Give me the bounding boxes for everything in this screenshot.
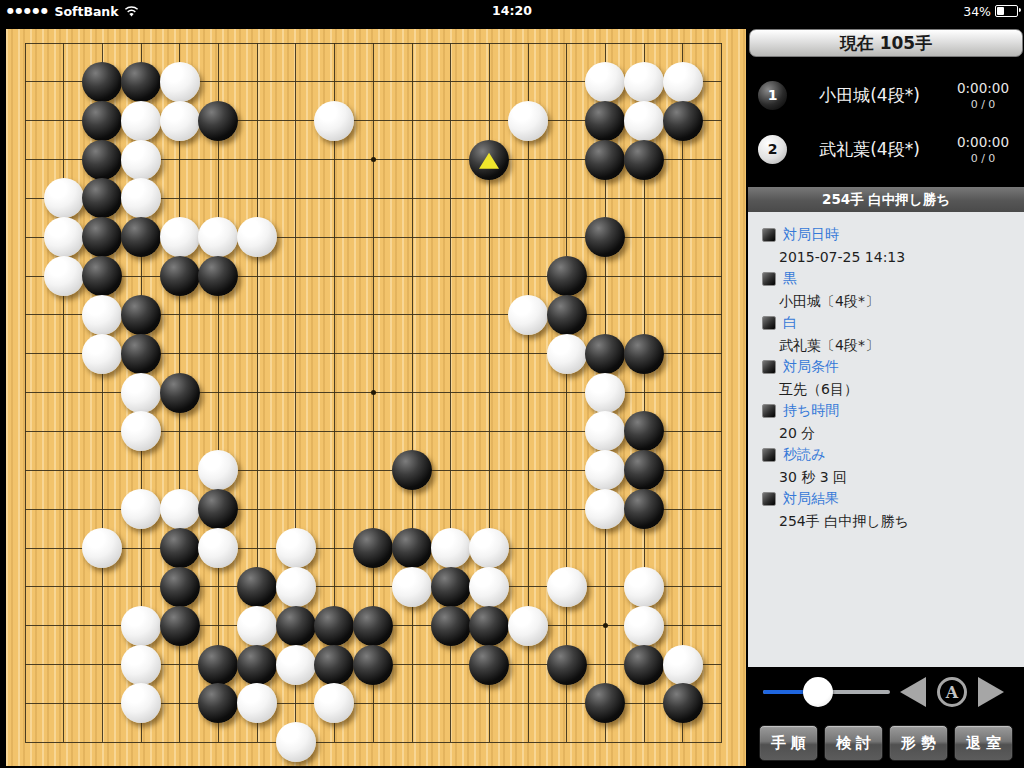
board-intersection[interactable]	[276, 606, 315, 645]
board-intersection[interactable]	[83, 24, 122, 63]
board-intersection[interactable]	[431, 529, 470, 568]
board-intersection[interactable]	[160, 179, 199, 218]
board-intersection[interactable]	[509, 62, 548, 101]
board-intersection[interactable]	[663, 451, 702, 490]
board-intersection[interactable]	[315, 606, 354, 645]
board-intersection[interactable]	[315, 218, 354, 257]
board-intersection[interactable]	[625, 490, 664, 529]
board-intersection[interactable]	[586, 606, 625, 645]
board-intersection[interactable]	[625, 257, 664, 296]
board-intersection[interactable]	[6, 62, 45, 101]
board-intersection[interactable]	[315, 684, 354, 723]
board-intersection[interactable]	[160, 296, 199, 335]
board-intersection[interactable]	[199, 140, 238, 179]
board-intersection[interactable]	[276, 24, 315, 63]
board-intersection[interactable]	[122, 101, 161, 140]
board-intersection[interactable]	[354, 606, 393, 645]
board-intersection[interactable]	[547, 179, 586, 218]
board-intersection[interactable]	[509, 257, 548, 296]
board-intersection[interactable]	[547, 101, 586, 140]
board-intersection[interactable]	[586, 334, 625, 373]
board-intersection[interactable]	[6, 723, 45, 762]
board-intersection[interactable]	[315, 140, 354, 179]
board-intersection[interactable]	[199, 373, 238, 412]
board-intersection[interactable]	[238, 567, 277, 606]
board-intersection[interactable]	[44, 179, 83, 218]
board-intersection[interactable]	[663, 101, 702, 140]
board-intersection[interactable]	[547, 606, 586, 645]
board-intersection[interactable]	[160, 529, 199, 568]
board-intersection[interactable]	[315, 529, 354, 568]
board-intersection[interactable]	[392, 490, 431, 529]
board-intersection[interactable]	[122, 373, 161, 412]
board-intersection[interactable]	[509, 296, 548, 335]
board-intersection[interactable]	[702, 490, 741, 529]
board-intersection[interactable]	[625, 62, 664, 101]
board-intersection[interactable]	[625, 529, 664, 568]
board-intersection[interactable]	[6, 684, 45, 723]
board-intersection[interactable]	[663, 567, 702, 606]
board-intersection[interactable]	[431, 179, 470, 218]
board-intersection[interactable]	[6, 179, 45, 218]
board-intersection[interactable]	[625, 684, 664, 723]
board-intersection[interactable]	[83, 684, 122, 723]
board-intersection[interactable]	[702, 684, 741, 723]
board-intersection[interactable]	[276, 62, 315, 101]
board-intersection[interactable]	[44, 567, 83, 606]
board-intersection[interactable]	[470, 412, 509, 451]
board-intersection[interactable]	[547, 140, 586, 179]
board-intersection[interactable]	[160, 451, 199, 490]
board-intersection[interactable]	[392, 645, 431, 684]
board-intersection[interactable]	[431, 24, 470, 63]
board-intersection[interactable]	[44, 645, 83, 684]
score-estimate-button[interactable]: 形勢	[889, 725, 948, 761]
board-intersection[interactable]	[122, 62, 161, 101]
board-intersection[interactable]	[547, 567, 586, 606]
board-intersection[interactable]	[547, 684, 586, 723]
board-intersection[interactable]	[586, 140, 625, 179]
board-intersection[interactable]	[392, 62, 431, 101]
board-intersection[interactable]	[586, 684, 625, 723]
board-intersection[interactable]	[470, 334, 509, 373]
board-intersection[interactable]	[470, 451, 509, 490]
board-intersection[interactable]	[160, 257, 199, 296]
board-intersection[interactable]	[702, 412, 741, 451]
board-intersection[interactable]	[315, 179, 354, 218]
board-intersection[interactable]	[586, 179, 625, 218]
board-intersection[interactable]	[702, 373, 741, 412]
board-intersection[interactable]	[276, 412, 315, 451]
board-intersection[interactable]	[702, 529, 741, 568]
board-intersection[interactable]	[547, 24, 586, 63]
board-intersection[interactable]	[392, 412, 431, 451]
board-intersection[interactable]	[431, 257, 470, 296]
board-intersection[interactable]	[431, 296, 470, 335]
board-intersection[interactable]	[547, 296, 586, 335]
board-intersection[interactable]	[547, 723, 586, 762]
board-intersection[interactable]	[586, 101, 625, 140]
board-intersection[interactable]	[702, 179, 741, 218]
board-intersection[interactable]	[238, 451, 277, 490]
analyze-button[interactable]: 検討	[824, 725, 883, 761]
board-intersection[interactable]	[625, 606, 664, 645]
board-intersection[interactable]	[83, 723, 122, 762]
board-intersection[interactable]	[315, 296, 354, 335]
board-intersection[interactable]	[509, 723, 548, 762]
board-intersection[interactable]	[663, 62, 702, 101]
board-intersection[interactable]	[83, 296, 122, 335]
board-intersection[interactable]	[663, 723, 702, 762]
board-intersection[interactable]	[83, 567, 122, 606]
board-intersection[interactable]	[238, 296, 277, 335]
board-intersection[interactable]	[276, 218, 315, 257]
board-intersection[interactable]	[702, 334, 741, 373]
board-intersection[interactable]	[702, 101, 741, 140]
board-intersection[interactable]	[238, 412, 277, 451]
board-intersection[interactable]	[44, 296, 83, 335]
board-intersection[interactable]	[547, 373, 586, 412]
board-intersection[interactable]	[238, 373, 277, 412]
board-intersection[interactable]	[625, 334, 664, 373]
board-intersection[interactable]	[122, 179, 161, 218]
board-intersection[interactable]	[44, 490, 83, 529]
board-intersection[interactable]	[470, 645, 509, 684]
board-intersection[interactable]	[354, 334, 393, 373]
board-intersection[interactable]	[199, 412, 238, 451]
board-intersection[interactable]	[431, 101, 470, 140]
board-intersection[interactable]	[122, 257, 161, 296]
board-intersection[interactable]	[160, 101, 199, 140]
board-intersection[interactable]	[122, 24, 161, 63]
board-intersection[interactable]	[470, 606, 509, 645]
board-intersection[interactable]	[83, 334, 122, 373]
board-intersection[interactable]	[44, 373, 83, 412]
board-intersection[interactable]	[44, 334, 83, 373]
board-intersection[interactable]	[392, 567, 431, 606]
board-intersection[interactable]	[431, 567, 470, 606]
board-intersection[interactable]	[238, 257, 277, 296]
board-intersection[interactable]	[238, 529, 277, 568]
board-intersection[interactable]	[315, 373, 354, 412]
board-intersection[interactable]	[392, 451, 431, 490]
board-intersection[interactable]	[354, 645, 393, 684]
board-intersection[interactable]	[509, 645, 548, 684]
board-intersection[interactable]	[392, 257, 431, 296]
board-intersection[interactable]	[663, 490, 702, 529]
board-intersection[interactable]	[238, 62, 277, 101]
board-intersection[interactable]	[470, 62, 509, 101]
board-intersection[interactable]	[315, 62, 354, 101]
board-intersection[interactable]	[122, 567, 161, 606]
board-intersection[interactable]	[509, 373, 548, 412]
board-intersection[interactable]	[392, 606, 431, 645]
board-intersection[interactable]	[276, 140, 315, 179]
board-intersection[interactable]	[315, 334, 354, 373]
board-intersection[interactable]	[122, 645, 161, 684]
board-intersection[interactable]	[315, 567, 354, 606]
board-intersection[interactable]	[122, 140, 161, 179]
board-intersection[interactable]	[470, 140, 509, 179]
board-intersection[interactable]	[276, 179, 315, 218]
board-intersection[interactable]	[431, 684, 470, 723]
board-intersection[interactable]	[83, 218, 122, 257]
board-intersection[interactable]	[509, 179, 548, 218]
board-intersection[interactable]	[392, 334, 431, 373]
board-intersection[interactable]	[702, 606, 741, 645]
board-intersection[interactable]	[44, 24, 83, 63]
board-intersection[interactable]	[470, 296, 509, 335]
board-intersection[interactable]	[354, 218, 393, 257]
board-intersection[interactable]	[199, 101, 238, 140]
board-intersection[interactable]	[160, 684, 199, 723]
board-intersection[interactable]	[122, 334, 161, 373]
board-intersection[interactable]	[199, 24, 238, 63]
board-intersection[interactable]	[509, 490, 548, 529]
board-intersection[interactable]	[122, 529, 161, 568]
board-intersection[interactable]	[586, 24, 625, 63]
board-intersection[interactable]	[83, 179, 122, 218]
board-intersection[interactable]	[625, 24, 664, 63]
board-intersection[interactable]	[625, 101, 664, 140]
board-intersection[interactable]	[509, 218, 548, 257]
board-intersection[interactable]	[199, 218, 238, 257]
board-intersection[interactable]	[354, 567, 393, 606]
board-intersection[interactable]	[238, 684, 277, 723]
board-intersection[interactable]	[702, 24, 741, 63]
board-intersection[interactable]	[199, 490, 238, 529]
board-intersection[interactable]	[122, 684, 161, 723]
board-intersection[interactable]	[663, 373, 702, 412]
board-intersection[interactable]	[470, 218, 509, 257]
board-intersection[interactable]	[276, 296, 315, 335]
board-intersection[interactable]	[160, 140, 199, 179]
board-intersection[interactable]	[199, 179, 238, 218]
board-intersection[interactable]	[547, 62, 586, 101]
board-intersection[interactable]	[354, 24, 393, 63]
board-intersection[interactable]	[238, 24, 277, 63]
board-intersection[interactable]	[315, 490, 354, 529]
board-intersection[interactable]	[160, 412, 199, 451]
board-intersection[interactable]	[160, 723, 199, 762]
board-intersection[interactable]	[160, 62, 199, 101]
board-intersection[interactable]	[122, 606, 161, 645]
board-intersection[interactable]	[509, 334, 548, 373]
board-intersection[interactable]	[392, 723, 431, 762]
board-intersection[interactable]	[431, 451, 470, 490]
board-intersection[interactable]	[6, 140, 45, 179]
board-intersection[interactable]	[547, 645, 586, 684]
board-intersection[interactable]	[470, 24, 509, 63]
board-intersection[interactable]	[315, 257, 354, 296]
board-intersection[interactable]	[199, 529, 238, 568]
board-intersection[interactable]	[354, 684, 393, 723]
board-intersection[interactable]	[160, 373, 199, 412]
board-intersection[interactable]	[199, 334, 238, 373]
board-intersection[interactable]	[276, 529, 315, 568]
board-intersection[interactable]	[392, 684, 431, 723]
board-intersection[interactable]	[392, 529, 431, 568]
board-intersection[interactable]	[44, 412, 83, 451]
board-intersection[interactable]	[354, 140, 393, 179]
board-intersection[interactable]	[6, 567, 45, 606]
board-intersection[interactable]	[199, 451, 238, 490]
board-intersection[interactable]	[586, 257, 625, 296]
board-intersection[interactable]	[122, 412, 161, 451]
board-intersection[interactable]	[83, 62, 122, 101]
board-intersection[interactable]	[354, 179, 393, 218]
board-intersection[interactable]	[122, 218, 161, 257]
board-intersection[interactable]	[238, 179, 277, 218]
board-intersection[interactable]	[470, 490, 509, 529]
board-intersection[interactable]	[586, 373, 625, 412]
board-intersection[interactable]	[431, 140, 470, 179]
board-intersection[interactable]	[547, 529, 586, 568]
board-intersection[interactable]	[431, 218, 470, 257]
board-intersection[interactable]	[83, 412, 122, 451]
board-intersection[interactable]	[354, 373, 393, 412]
board-intersection[interactable]	[663, 296, 702, 335]
board-intersection[interactable]	[663, 218, 702, 257]
board-intersection[interactable]	[238, 218, 277, 257]
board-intersection[interactable]	[586, 567, 625, 606]
board-intersection[interactable]	[663, 257, 702, 296]
board-intersection[interactable]	[83, 140, 122, 179]
board-intersection[interactable]	[6, 24, 45, 63]
board-intersection[interactable]	[663, 684, 702, 723]
board-intersection[interactable]	[509, 529, 548, 568]
board-intersection[interactable]	[354, 723, 393, 762]
board-intersection[interactable]	[6, 490, 45, 529]
board-intersection[interactable]	[702, 218, 741, 257]
board-intersection[interactable]	[315, 723, 354, 762]
board-intersection[interactable]	[276, 451, 315, 490]
board-intersection[interactable]	[509, 140, 548, 179]
board-intersection[interactable]	[276, 373, 315, 412]
board-intersection[interactable]	[44, 723, 83, 762]
board-intersection[interactable]	[625, 645, 664, 684]
board-intersection[interactable]	[702, 62, 741, 101]
board-intersection[interactable]	[663, 606, 702, 645]
board-intersection[interactable]	[431, 490, 470, 529]
board-intersection[interactable]	[315, 645, 354, 684]
board-intersection[interactable]	[199, 684, 238, 723]
next-move-button[interactable]	[978, 677, 1004, 707]
board-intersection[interactable]	[44, 451, 83, 490]
board-intersection[interactable]	[547, 257, 586, 296]
board-intersection[interactable]	[44, 529, 83, 568]
board-intersection[interactable]	[392, 218, 431, 257]
board-intersection[interactable]	[238, 101, 277, 140]
moves-button[interactable]: 手順	[759, 725, 818, 761]
board-intersection[interactable]	[122, 490, 161, 529]
board-intersection[interactable]	[6, 296, 45, 335]
board-intersection[interactable]	[625, 296, 664, 335]
board-intersection[interactable]	[6, 451, 45, 490]
board-intersection[interactable]	[625, 412, 664, 451]
board-intersection[interactable]	[509, 567, 548, 606]
board-intersection[interactable]	[663, 529, 702, 568]
board-intersection[interactable]	[315, 24, 354, 63]
board-intersection[interactable]	[44, 218, 83, 257]
board-intersection[interactable]	[392, 101, 431, 140]
board-intersection[interactable]	[625, 218, 664, 257]
board-intersection[interactable]	[431, 334, 470, 373]
board-intersection[interactable]	[6, 218, 45, 257]
board-intersection[interactable]	[44, 684, 83, 723]
board-intersection[interactable]	[160, 24, 199, 63]
board-intersection[interactable]	[315, 412, 354, 451]
board-intersection[interactable]	[83, 529, 122, 568]
board-intersection[interactable]	[663, 140, 702, 179]
board-intersection[interactable]	[509, 101, 548, 140]
board-intersection[interactable]	[238, 334, 277, 373]
board-intersection[interactable]	[586, 62, 625, 101]
move-slider[interactable]	[763, 690, 890, 694]
board-intersection[interactable]	[470, 567, 509, 606]
board-intersection[interactable]	[44, 257, 83, 296]
board-intersection[interactable]	[44, 62, 83, 101]
board-intersection[interactable]	[625, 451, 664, 490]
board-intersection[interactable]	[663, 645, 702, 684]
board-intersection[interactable]	[83, 373, 122, 412]
board-intersection[interactable]	[392, 179, 431, 218]
board-intersection[interactable]	[354, 412, 393, 451]
board-intersection[interactable]	[354, 62, 393, 101]
board-intersection[interactable]	[431, 373, 470, 412]
board-intersection[interactable]	[354, 257, 393, 296]
board-intersection[interactable]	[44, 140, 83, 179]
board-intersection[interactable]	[238, 140, 277, 179]
board-intersection[interactable]	[6, 412, 45, 451]
board-intersection[interactable]	[625, 140, 664, 179]
board-intersection[interactable]	[470, 723, 509, 762]
board-intersection[interactable]	[625, 179, 664, 218]
board-intersection[interactable]	[702, 645, 741, 684]
board-intersection[interactable]	[276, 257, 315, 296]
board-intersection[interactable]	[586, 296, 625, 335]
board-intersection[interactable]	[586, 218, 625, 257]
board-intersection[interactable]	[6, 257, 45, 296]
board-intersection[interactable]	[509, 24, 548, 63]
board-intersection[interactable]	[392, 296, 431, 335]
board-intersection[interactable]	[663, 334, 702, 373]
board-intersection[interactable]	[276, 723, 315, 762]
board-intersection[interactable]	[586, 723, 625, 762]
board-intersection[interactable]	[470, 101, 509, 140]
board-intersection[interactable]	[6, 606, 45, 645]
board-intersection[interactable]	[199, 606, 238, 645]
board-intersection[interactable]	[702, 257, 741, 296]
board-intersection[interactable]	[160, 490, 199, 529]
board-intersection[interactable]	[44, 101, 83, 140]
board-intersection[interactable]	[663, 24, 702, 63]
board-intersection[interactable]	[160, 645, 199, 684]
board-intersection[interactable]	[702, 296, 741, 335]
board-intersection[interactable]	[238, 490, 277, 529]
board-intersection[interactable]	[199, 723, 238, 762]
board-intersection[interactable]	[83, 451, 122, 490]
board-intersection[interactable]	[315, 101, 354, 140]
board-intersection[interactable]	[509, 412, 548, 451]
board-intersection[interactable]	[83, 257, 122, 296]
board-intersection[interactable]	[6, 334, 45, 373]
board-intersection[interactable]	[354, 490, 393, 529]
board-intersection[interactable]	[83, 606, 122, 645]
board-intersection[interactable]	[276, 490, 315, 529]
board-intersection[interactable]	[663, 179, 702, 218]
board-intersection[interactable]	[702, 140, 741, 179]
